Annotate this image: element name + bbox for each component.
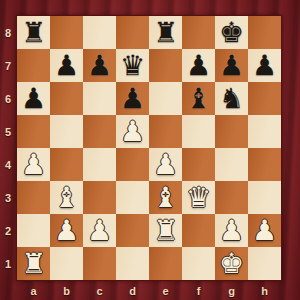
white-pawn-e4: ♟	[153, 148, 178, 181]
black-pawn-h7: ♟	[252, 49, 277, 82]
square-e1[interactable]	[149, 247, 182, 280]
rank-label-2: 2	[0, 214, 16, 247]
square-b4[interactable]	[50, 148, 83, 181]
square-h2[interactable]: ♟	[248, 214, 281, 247]
board-frame: 87654321 abcdefgh ♜♜♚♟♟♛♟♟♟♟♟♝♞♟♟♟♝♝♛♟♟♜…	[0, 0, 300, 300]
square-d7[interactable]: ♛	[116, 49, 149, 82]
square-e2[interactable]: ♜	[149, 214, 182, 247]
square-e8[interactable]: ♜	[149, 16, 182, 49]
file-label-e: e	[149, 281, 182, 300]
square-b2[interactable]: ♟	[50, 214, 83, 247]
square-g8[interactable]: ♚	[215, 16, 248, 49]
white-bishop-b3: ♝	[54, 181, 79, 214]
file-label-h: h	[248, 281, 281, 300]
square-f5[interactable]	[182, 115, 215, 148]
square-e6[interactable]	[149, 82, 182, 115]
square-a4[interactable]: ♟	[17, 148, 50, 181]
rank-labels: 87654321	[0, 16, 16, 280]
square-d6[interactable]: ♟	[116, 82, 149, 115]
square-d4[interactable]	[116, 148, 149, 181]
file-label-d: d	[116, 281, 149, 300]
white-pawn-h2: ♟	[252, 214, 277, 247]
square-c5[interactable]	[83, 115, 116, 148]
square-b1[interactable]	[50, 247, 83, 280]
square-c8[interactable]	[83, 16, 116, 49]
white-pawn-d5: ♟	[120, 115, 145, 148]
rank-label-8: 8	[0, 16, 16, 49]
black-pawn-c7: ♟	[87, 49, 112, 82]
rank-label-5: 5	[0, 115, 16, 148]
square-c3[interactable]	[83, 181, 116, 214]
file-label-c: c	[83, 281, 116, 300]
rank-label-3: 3	[0, 181, 16, 214]
square-h6[interactable]	[248, 82, 281, 115]
file-label-f: f	[182, 281, 215, 300]
file-label-g: g	[215, 281, 248, 300]
white-pawn-g2: ♟	[219, 214, 244, 247]
square-f1[interactable]	[182, 247, 215, 280]
square-c7[interactable]: ♟	[83, 49, 116, 82]
square-c4[interactable]	[83, 148, 116, 181]
black-king-g8: ♚	[219, 16, 244, 49]
square-d1[interactable]	[116, 247, 149, 280]
square-g7[interactable]: ♟	[215, 49, 248, 82]
square-c1[interactable]	[83, 247, 116, 280]
black-knight-g6: ♞	[219, 82, 244, 115]
square-c2[interactable]: ♟	[83, 214, 116, 247]
black-pawn-g7: ♟	[219, 49, 244, 82]
square-f2[interactable]	[182, 214, 215, 247]
file-label-a: a	[17, 281, 50, 300]
square-b3[interactable]: ♝	[50, 181, 83, 214]
square-f3[interactable]: ♛	[182, 181, 215, 214]
square-a1[interactable]: ♜	[17, 247, 50, 280]
square-d3[interactable]	[116, 181, 149, 214]
square-h3[interactable]	[248, 181, 281, 214]
square-e5[interactable]	[149, 115, 182, 148]
white-pawn-b2: ♟	[54, 214, 79, 247]
white-queen-f3: ♛	[186, 181, 211, 214]
white-pawn-c2: ♟	[87, 214, 112, 247]
square-b7[interactable]: ♟	[50, 49, 83, 82]
black-pawn-d6: ♟	[120, 82, 145, 115]
square-h8[interactable]	[248, 16, 281, 49]
white-rook-a1: ♜	[21, 247, 46, 280]
square-h4[interactable]	[248, 148, 281, 181]
black-rook-a8: ♜	[21, 16, 46, 49]
square-g6[interactable]: ♞	[215, 82, 248, 115]
rank-label-4: 4	[0, 148, 16, 181]
white-pawn-a4: ♟	[21, 148, 46, 181]
file-labels: abcdefgh	[17, 281, 281, 300]
rank-label-6: 6	[0, 82, 16, 115]
square-f8[interactable]	[182, 16, 215, 49]
white-rook-e2: ♜	[153, 214, 178, 247]
black-bishop-f6: ♝	[186, 82, 211, 115]
square-a3[interactable]	[17, 181, 50, 214]
square-h5[interactable]	[248, 115, 281, 148]
square-b6[interactable]	[50, 82, 83, 115]
square-h1[interactable]	[248, 247, 281, 280]
chess-board: ♜♜♚♟♟♛♟♟♟♟♟♝♞♟♟♟♝♝♛♟♟♜♟♟♜♚	[16, 15, 282, 281]
black-pawn-f7: ♟	[186, 49, 211, 82]
square-c6[interactable]	[83, 82, 116, 115]
square-b5[interactable]	[50, 115, 83, 148]
square-f7[interactable]: ♟	[182, 49, 215, 82]
black-queen-d7: ♛	[120, 49, 145, 82]
square-a7[interactable]	[17, 49, 50, 82]
square-a2[interactable]	[17, 214, 50, 247]
square-g2[interactable]: ♟	[215, 214, 248, 247]
white-bishop-e3: ♝	[153, 181, 178, 214]
square-g4[interactable]	[215, 148, 248, 181]
black-pawn-b7: ♟	[54, 49, 79, 82]
square-b8[interactable]	[50, 16, 83, 49]
square-f6[interactable]: ♝	[182, 82, 215, 115]
square-g1[interactable]: ♚	[215, 247, 248, 280]
square-f4[interactable]	[182, 148, 215, 181]
rank-label-1: 1	[0, 247, 16, 280]
square-e4[interactable]: ♟	[149, 148, 182, 181]
square-d5[interactable]: ♟	[116, 115, 149, 148]
square-e3[interactable]: ♝	[149, 181, 182, 214]
square-d2[interactable]	[116, 214, 149, 247]
rank-label-7: 7	[0, 49, 16, 82]
square-h7[interactable]: ♟	[248, 49, 281, 82]
square-g5[interactable]	[215, 115, 248, 148]
square-a6[interactable]: ♟	[17, 82, 50, 115]
square-a8[interactable]: ♜	[17, 16, 50, 49]
square-d8[interactable]	[116, 16, 149, 49]
square-a5[interactable]	[17, 115, 50, 148]
black-pawn-a6: ♟	[21, 82, 46, 115]
black-rook-e8: ♜	[153, 16, 178, 49]
square-e7[interactable]	[149, 49, 182, 82]
square-g3[interactable]	[215, 181, 248, 214]
file-label-b: b	[50, 281, 83, 300]
white-king-g1: ♚	[219, 247, 244, 280]
